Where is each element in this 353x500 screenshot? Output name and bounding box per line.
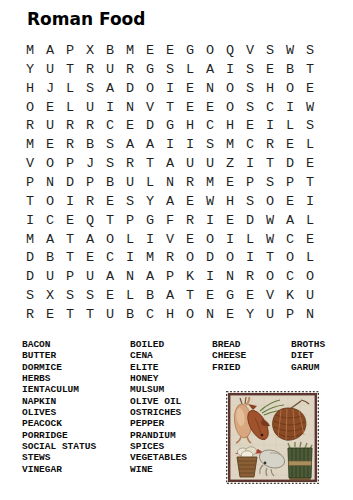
- grid-cell-r3c3[interactable]: L: [60, 80, 80, 99]
- grid-cell-r1c5[interactable]: B: [100, 42, 120, 61]
- grid-cell-r8c10[interactable]: M: [200, 174, 220, 193]
- mosaic-asparagus-bundle: [288, 442, 312, 481]
- grid-cell-r14c8[interactable]: A: [160, 287, 180, 306]
- grid-cell-r7c11[interactable]: Z: [220, 155, 240, 174]
- grid-cell-r15c3[interactable]: T: [60, 306, 80, 325]
- grid-cell-r14c13[interactable]: V: [260, 287, 280, 306]
- grid-cell-r6c8[interactable]: I: [160, 136, 180, 155]
- word-stews: STEWS: [22, 452, 96, 463]
- grid-cell-r3c13[interactable]: H: [260, 80, 280, 99]
- grid-cell-r14c1[interactable]: S: [20, 287, 40, 306]
- grid-cell-r5c14[interactable]: L: [280, 117, 300, 136]
- grid-cell-r11c1[interactable]: M: [20, 231, 40, 250]
- grid-cell-r5c12[interactable]: E: [240, 117, 260, 136]
- grid-cell-r15c1[interactable]: R: [20, 306, 40, 325]
- grid-cell-r11c14[interactable]: C: [280, 231, 300, 250]
- grid-cell-r2c1[interactable]: Y: [20, 61, 40, 80]
- grid-cell-r13c10[interactable]: I: [200, 268, 220, 287]
- grid-cell-r9c15[interactable]: I: [300, 193, 320, 212]
- word-vegetables: VEGETABLES: [130, 452, 187, 463]
- grid-cell-r8c5[interactable]: B: [100, 174, 120, 193]
- grid-cell-r10c10[interactable]: I: [200, 212, 220, 231]
- grid-cell-r11c7[interactable]: I: [140, 231, 160, 250]
- grid-cell-r5c9[interactable]: H: [180, 117, 200, 136]
- grid-cell-r3c14[interactable]: O: [280, 80, 300, 99]
- grid-cell-r8c4[interactable]: P: [80, 174, 100, 193]
- grid-cell-r10c11[interactable]: E: [220, 212, 240, 231]
- word-list-column-3: BREADCHEESEFRIED: [212, 339, 246, 373]
- word-vinegar: VINEGAR: [22, 464, 96, 475]
- word-cheese: CHEESE: [212, 350, 246, 361]
- grid-cell-r12c10[interactable]: D: [200, 249, 220, 268]
- grid-cell-r9c9[interactable]: E: [180, 193, 200, 212]
- grid-cell-r1c12[interactable]: V: [240, 42, 260, 61]
- grid-cell-r7c6[interactable]: R: [120, 155, 140, 174]
- grid-cell-r11c11[interactable]: I: [220, 231, 240, 250]
- grid-cell-r10c15[interactable]: L: [300, 212, 320, 231]
- grid-cell-r6c5[interactable]: S: [100, 136, 120, 155]
- word-olives: OLIVES: [22, 407, 96, 418]
- grid-cell-r11c5[interactable]: O: [100, 231, 120, 250]
- grid-cell-r10c5[interactable]: T: [100, 212, 120, 231]
- word-social-status: SOCIAL STATUS: [22, 441, 96, 452]
- grid-cell-r14c10[interactable]: E: [200, 287, 220, 306]
- grid-cell-r5c4[interactable]: R: [80, 117, 100, 136]
- grid-cell-r9c1[interactable]: T: [20, 193, 40, 212]
- grid-cell-r8c9[interactable]: R: [180, 174, 200, 193]
- grid-cell-r15c12[interactable]: Y: [240, 306, 260, 325]
- grid-cell-r4c6[interactable]: N: [120, 99, 140, 118]
- grid-cell-r7c3[interactable]: P: [60, 155, 80, 174]
- grid-cell-r13c15[interactable]: O: [300, 268, 320, 287]
- grid-cell-r7c4[interactable]: J: [80, 155, 100, 174]
- grid-cell-r4c14[interactable]: I: [280, 99, 300, 118]
- grid-cell-r12c9[interactable]: O: [180, 249, 200, 268]
- grid-cell-r13c9[interactable]: K: [180, 268, 200, 287]
- grid-cell-r1c14[interactable]: W: [280, 42, 300, 61]
- grid-cell-r4c4[interactable]: U: [80, 99, 100, 118]
- grid-cell-r7c1[interactable]: V: [20, 155, 40, 174]
- grid-cell-r9c11[interactable]: H: [220, 193, 240, 212]
- grid-cell-r5c10[interactable]: C: [200, 117, 220, 136]
- grid-cell-r13c2[interactable]: U: [40, 268, 60, 287]
- grid-cell-r6c11[interactable]: M: [220, 136, 240, 155]
- grid-cell-r12c4[interactable]: E: [80, 249, 100, 268]
- grid-cell-r7c9[interactable]: U: [180, 155, 200, 174]
- word-spices: SPICES: [130, 441, 187, 452]
- grid-cell-r1c4[interactable]: X: [80, 42, 100, 61]
- grid-cell-r10c13[interactable]: W: [260, 212, 280, 231]
- grid-cell-r8c13[interactable]: S: [260, 174, 280, 193]
- grid-cell-r5c13[interactable]: I: [260, 117, 280, 136]
- grid-cell-r1c9[interactable]: G: [180, 42, 200, 61]
- grid-cell-r15c11[interactable]: E: [220, 306, 240, 325]
- grid-cell-r3c7[interactable]: O: [140, 80, 160, 99]
- grid-cell-r3c1[interactable]: H: [20, 80, 40, 99]
- grid-cell-r4c15[interactable]: W: [300, 99, 320, 118]
- grid-cell-r14c3[interactable]: S: [60, 287, 80, 306]
- grid-cell-r11c8[interactable]: V: [160, 231, 180, 250]
- word-herbs: HERBS: [22, 373, 96, 384]
- grid-cell-r14c15[interactable]: U: [300, 287, 320, 306]
- grid-cell-r4c3[interactable]: L: [60, 99, 80, 118]
- grid-cell-r13c3[interactable]: P: [60, 268, 80, 287]
- grid-cell-r6c12[interactable]: C: [240, 136, 260, 155]
- grid-cell-r2c8[interactable]: S: [160, 61, 180, 80]
- grid-cell-r4c11[interactable]: O: [220, 99, 240, 118]
- grid-cell-r11c15[interactable]: E: [300, 231, 320, 250]
- grid-cell-r11c12[interactable]: L: [240, 231, 260, 250]
- grid-cell-r1c7[interactable]: E: [140, 42, 160, 61]
- grid-cell-r12c12[interactable]: I: [240, 249, 260, 268]
- grid-cell-r10c2[interactable]: C: [40, 212, 60, 231]
- grid-cell-r5c15[interactable]: S: [300, 117, 320, 136]
- grid-cell-r12c3[interactable]: T: [60, 249, 80, 268]
- grid-cell-r14c6[interactable]: L: [120, 287, 140, 306]
- grid-cell-r2c14[interactable]: B: [280, 61, 300, 80]
- grid-cell-r9c13[interactable]: O: [260, 193, 280, 212]
- grid-cell-r14c9[interactable]: T: [180, 287, 200, 306]
- grid-cell-r7c2[interactable]: O: [40, 155, 60, 174]
- grid-cell-r8c7[interactable]: L: [140, 174, 160, 193]
- grid-cell-r15c6[interactable]: B: [120, 306, 140, 325]
- word-dormice: DORMICE: [22, 362, 96, 373]
- grid-cell-r9c8[interactable]: A: [160, 193, 180, 212]
- word-porridge: PORRIDGE: [22, 430, 96, 441]
- grid-cell-r6c14[interactable]: E: [280, 136, 300, 155]
- grid-cell-r9c10[interactable]: W: [200, 193, 220, 212]
- grid-cell-r8c6[interactable]: U: [120, 174, 140, 193]
- grid-cell-r6c15[interactable]: L: [300, 136, 320, 155]
- grid-cell-r2c5[interactable]: U: [100, 61, 120, 80]
- word-bread: BREAD: [212, 339, 246, 350]
- grid-cell-r7c14[interactable]: D: [280, 155, 300, 174]
- grid-cell-r3c9[interactable]: E: [180, 80, 200, 99]
- grid-cell-r5c7[interactable]: D: [140, 117, 160, 136]
- grid-cell-r3c11[interactable]: O: [220, 80, 240, 99]
- grid-cell-r7c5[interactable]: S: [100, 155, 120, 174]
- grid-cell-r14c2[interactable]: X: [40, 287, 60, 306]
- grid-cell-r15c8[interactable]: H: [160, 306, 180, 325]
- grid-cell-r1c3[interactable]: P: [60, 42, 80, 61]
- grid-cell-r10c7[interactable]: G: [140, 212, 160, 231]
- grid-cell-r4c8[interactable]: T: [160, 99, 180, 118]
- grid-cell-r12c13[interactable]: T: [260, 249, 280, 268]
- word-list-column-1: BACONBUTTERDORMICEHERBSIENTACULUMNAPKINO…: [22, 339, 96, 475]
- grid-cell-r2c7[interactable]: G: [140, 61, 160, 80]
- word-list-column-2: BOILEDCENAELITEHONEYMULSUMOLIVE OILOSTRI…: [130, 339, 187, 475]
- word-peacock: PEACOCK: [22, 418, 96, 429]
- grid-cell-r12c11[interactable]: O: [220, 249, 240, 268]
- grid-cell-r9c12[interactable]: S: [240, 193, 260, 212]
- grid-cell-r13c4[interactable]: U: [80, 268, 100, 287]
- grid-cell-r2c11[interactable]: I: [220, 61, 240, 80]
- grid-cell-r4c2[interactable]: E: [40, 99, 60, 118]
- grid-cell-r13c6[interactable]: N: [120, 268, 140, 287]
- grid-cell-r13c5[interactable]: A: [100, 268, 120, 287]
- grid-cell-r4c7[interactable]: V: [140, 99, 160, 118]
- grid-cell-r10c12[interactable]: D: [240, 212, 260, 231]
- grid-cell-r13c7[interactable]: A: [140, 268, 160, 287]
- grid-cell-r10c8[interactable]: F: [160, 212, 180, 231]
- grid-cell-r9c6[interactable]: S: [120, 193, 140, 212]
- grid-cell-r6c2[interactable]: E: [40, 136, 60, 155]
- grid-cell-r3c10[interactable]: N: [200, 80, 220, 99]
- grid-cell-r9c7[interactable]: Y: [140, 193, 160, 212]
- word-list-column-4: BROTHSDIETGARUM: [291, 339, 325, 373]
- grid-cell-r1c2[interactable]: A: [40, 42, 60, 61]
- grid-cell-r13c1[interactable]: D: [20, 268, 40, 287]
- grid-cell-r8c11[interactable]: E: [220, 174, 240, 193]
- grid-cell-r6c3[interactable]: R: [60, 136, 80, 155]
- grid-cell-r14c11[interactable]: G: [220, 287, 240, 306]
- grid-cell-r10c9[interactable]: R: [180, 212, 200, 231]
- grid-cell-r3c4[interactable]: S: [80, 80, 100, 99]
- grid-cell-r2c3[interactable]: T: [60, 61, 80, 80]
- grid-cell-r12c14[interactable]: O: [280, 249, 300, 268]
- worksheet-page: { "game": "word-search", "title": "Roman…: [0, 0, 353, 500]
- grid-cell-r8c8[interactable]: N: [160, 174, 180, 193]
- grid-cell-r1c11[interactable]: Q: [220, 42, 240, 61]
- word-boiled: BOILED: [130, 339, 187, 350]
- grid-cell-r9c2[interactable]: O: [40, 193, 60, 212]
- grid-cell-r3c5[interactable]: A: [100, 80, 120, 99]
- grid-cell-r11c2[interactable]: A: [40, 231, 60, 250]
- grid-cell-r11c6[interactable]: L: [120, 231, 140, 250]
- grid-cell-r2c9[interactable]: L: [180, 61, 200, 80]
- roman-food-mosaic-image: [226, 391, 319, 484]
- grid-cell-r15c9[interactable]: O: [180, 306, 200, 325]
- grid-cell-r10c14[interactable]: A: [280, 212, 300, 231]
- grid-cell-r5c3[interactable]: R: [60, 117, 80, 136]
- grid-cell-r10c4[interactable]: Q: [80, 212, 100, 231]
- grid-cell-r11c4[interactable]: A: [80, 231, 100, 250]
- grid-cell-r7c12[interactable]: I: [240, 155, 260, 174]
- grid-cell-r15c15[interactable]: N: [300, 306, 320, 325]
- grid-cell-r9c5[interactable]: E: [100, 193, 120, 212]
- grid-cell-r1c6[interactable]: M: [120, 42, 140, 61]
- grid-cell-r6c4[interactable]: B: [80, 136, 100, 155]
- grid-cell-r5c1[interactable]: R: [20, 117, 40, 136]
- grid-cell-r13c8[interactable]: P: [160, 268, 180, 287]
- word-bacon: BACON: [22, 339, 96, 350]
- word-diet: DIET: [291, 350, 325, 361]
- grid-cell-r15c14[interactable]: P: [280, 306, 300, 325]
- grid-cell-r10c3[interactable]: E: [60, 212, 80, 231]
- grid-cell-r4c13[interactable]: C: [260, 99, 280, 118]
- grid-cell-r7c8[interactable]: A: [160, 155, 180, 174]
- word-search-grid: MAPXBMEEGOQVSWSYUTRURGSLAISEBTHJLSADOIEN…: [20, 42, 320, 325]
- grid-cell-r2c10[interactable]: A: [200, 61, 220, 80]
- grid-cell-r15c10[interactable]: N: [200, 306, 220, 325]
- grid-cell-r1c1[interactable]: M: [20, 42, 40, 61]
- page-title: Roman Food: [27, 9, 145, 29]
- grid-cell-r13c12[interactable]: R: [240, 268, 260, 287]
- word-broths: BROTHS: [291, 339, 325, 350]
- word-pepper: PEPPER: [130, 418, 187, 429]
- grid-cell-r15c13[interactable]: U: [260, 306, 280, 325]
- grid-cell-r9c14[interactable]: E: [280, 193, 300, 212]
- word-cena: CENA: [130, 350, 187, 361]
- grid-cell-r15c4[interactable]: T: [80, 306, 100, 325]
- grid-cell-r13c14[interactable]: C: [280, 268, 300, 287]
- grid-cell-r6c9[interactable]: I: [180, 136, 200, 155]
- word-ientaculum: IENTACULUM: [22, 384, 96, 395]
- grid-cell-r5c8[interactable]: G: [160, 117, 180, 136]
- grid-cell-r6c1[interactable]: M: [20, 136, 40, 155]
- grid-cell-r6c13[interactable]: R: [260, 136, 280, 155]
- grid-cell-r9c3[interactable]: I: [60, 193, 80, 212]
- grid-cell-r8c3[interactable]: D: [60, 174, 80, 193]
- grid-cell-r5c2[interactable]: U: [40, 117, 60, 136]
- word-fried: FRIED: [212, 362, 246, 373]
- grid-cell-r3c8[interactable]: I: [160, 80, 180, 99]
- grid-cell-r14c5[interactable]: E: [100, 287, 120, 306]
- word-mulsum: MULSUM: [130, 384, 187, 395]
- word-garum: GARUM: [291, 362, 325, 373]
- grid-cell-r14c4[interactable]: S: [80, 287, 100, 306]
- grid-cell-r15c7[interactable]: C: [140, 306, 160, 325]
- grid-cell-r12c6[interactable]: I: [120, 249, 140, 268]
- word-prandium: PRANDIUM: [130, 430, 187, 441]
- grid-cell-r12c2[interactable]: B: [40, 249, 60, 268]
- word-olive-oil: OLIVE OIL: [130, 396, 187, 407]
- word-wine: WINE: [130, 464, 187, 475]
- grid-cell-r12c5[interactable]: C: [100, 249, 120, 268]
- grid-cell-r2c13[interactable]: E: [260, 61, 280, 80]
- grid-cell-r9c4[interactable]: R: [80, 193, 100, 212]
- grid-cell-r7c10[interactable]: U: [200, 155, 220, 174]
- grid-cell-r8c1[interactable]: P: [20, 174, 40, 193]
- grid-cell-r1c10[interactable]: O: [200, 42, 220, 61]
- grid-cell-r15c2[interactable]: E: [40, 306, 60, 325]
- grid-cell-r11c13[interactable]: W: [260, 231, 280, 250]
- grid-cell-r3c2[interactable]: J: [40, 80, 60, 99]
- grid-cell-r6c7[interactable]: A: [140, 136, 160, 155]
- word-napkin: NAPKIN: [22, 396, 96, 407]
- grid-cell-r2c12[interactable]: S: [240, 61, 260, 80]
- grid-cell-r14c7[interactable]: B: [140, 287, 160, 306]
- grid-cell-r2c4[interactable]: R: [80, 61, 100, 80]
- grid-cell-r1c13[interactable]: S: [260, 42, 280, 61]
- word-elite: ELITE: [130, 362, 187, 373]
- grid-cell-r7c15[interactable]: E: [300, 155, 320, 174]
- grid-cell-r8c15[interactable]: T: [300, 174, 320, 193]
- grid-cell-r11c9[interactable]: E: [180, 231, 200, 250]
- grid-cell-r14c12[interactable]: E: [240, 287, 260, 306]
- grid-cell-r7c13[interactable]: T: [260, 155, 280, 174]
- grid-cell-r5c11[interactable]: H: [220, 117, 240, 136]
- grid-cell-r10c6[interactable]: P: [120, 212, 140, 231]
- grid-cell-r12c7[interactable]: M: [140, 249, 160, 268]
- grid-cell-r6c10[interactable]: S: [200, 136, 220, 155]
- grid-cell-r12c8[interactable]: R: [160, 249, 180, 268]
- grid-cell-r13c13[interactable]: O: [260, 268, 280, 287]
- grid-cell-r5c6[interactable]: E: [120, 117, 140, 136]
- grid-cell-r3c15[interactable]: E: [300, 80, 320, 99]
- grid-cell-r4c1[interactable]: O: [20, 99, 40, 118]
- grid-cell-r1c8[interactable]: E: [160, 42, 180, 61]
- grid-cell-r10c1[interactable]: I: [20, 212, 40, 231]
- grid-cell-r11c10[interactable]: O: [200, 231, 220, 250]
- grid-cell-r8c14[interactable]: P: [280, 174, 300, 193]
- grid-cell-r4c9[interactable]: E: [180, 99, 200, 118]
- grid-cell-r12c1[interactable]: D: [20, 249, 40, 268]
- grid-cell-r12c15[interactable]: L: [300, 249, 320, 268]
- grid-cell-r8c2[interactable]: N: [40, 174, 60, 193]
- grid-cell-r7c7[interactable]: T: [140, 155, 160, 174]
- grid-cell-r2c15[interactable]: T: [300, 61, 320, 80]
- grid-cell-r2c6[interactable]: R: [120, 61, 140, 80]
- grid-cell-r1c15[interactable]: S: [300, 42, 320, 61]
- grid-cell-r4c12[interactable]: S: [240, 99, 260, 118]
- grid-cell-r5c5[interactable]: C: [100, 117, 120, 136]
- word-ostriches: OSTRICHES: [130, 407, 187, 418]
- word-honey: HONEY: [130, 373, 187, 384]
- grid-cell-r2c2[interactable]: U: [40, 61, 60, 80]
- grid-cell-r14c14[interactable]: K: [280, 287, 300, 306]
- grid-cell-r15c5[interactable]: U: [100, 306, 120, 325]
- grid-cell-r3c12[interactable]: S: [240, 80, 260, 99]
- grid-cell-r13c11[interactable]: N: [220, 268, 240, 287]
- grid-cell-r8c12[interactable]: P: [240, 174, 260, 193]
- grid-cell-r6c6[interactable]: A: [120, 136, 140, 155]
- grid-cell-r3c6[interactable]: D: [120, 80, 140, 99]
- grid-cell-r11c3[interactable]: T: [60, 231, 80, 250]
- grid-cell-r4c10[interactable]: E: [200, 99, 220, 118]
- word-butter: BUTTER: [22, 350, 96, 361]
- grid-cell-r4c5[interactable]: I: [100, 99, 120, 118]
